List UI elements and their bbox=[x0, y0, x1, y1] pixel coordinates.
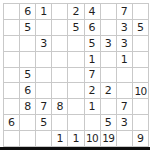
cell-r5c2-clue: 5 bbox=[20, 68, 36, 84]
cell-r9c4-clue: 1 bbox=[52, 131, 68, 147]
cell-r2c2-clue: 5 bbox=[20, 20, 36, 36]
cell-r7c7[interactable] bbox=[101, 99, 117, 115]
cell-r5c3[interactable] bbox=[36, 68, 52, 84]
cell-r6c9-clue: 10 bbox=[133, 83, 149, 99]
cell-r7c3-clue: 7 bbox=[36, 99, 52, 115]
cell-r9c5-clue: 1 bbox=[68, 131, 84, 147]
cell-r1c5-clue: 2 bbox=[68, 4, 84, 20]
cell-r7c9[interactable] bbox=[133, 99, 149, 115]
cell-r5c6-clue: 7 bbox=[85, 68, 101, 84]
cell-r6c2-clue: 6 bbox=[20, 83, 36, 99]
cell-r1c2-clue: 6 bbox=[20, 4, 36, 20]
cell-r2c9-clue: 5 bbox=[133, 20, 149, 36]
cell-r6c5[interactable] bbox=[68, 83, 84, 99]
cell-r9c9-clue: 9 bbox=[133, 131, 149, 147]
cell-r9c3[interactable] bbox=[36, 131, 52, 147]
cell-r3c3-clue: 3 bbox=[36, 36, 52, 52]
fillomino-board: 612475563535331157622108781765531110199 bbox=[3, 3, 149, 147]
cell-r1c8-clue: 7 bbox=[117, 4, 133, 20]
bottom-border-bar bbox=[0, 147, 150, 150]
cell-r8c3-clue: 5 bbox=[36, 115, 52, 131]
cell-r3c1[interactable] bbox=[4, 36, 20, 52]
cell-r3c2[interactable] bbox=[20, 36, 36, 52]
cell-r9c1[interactable] bbox=[4, 131, 20, 147]
cell-r3c9[interactable] bbox=[133, 36, 149, 52]
cell-r7c8-clue: 7 bbox=[117, 99, 133, 115]
cell-r3c4[interactable] bbox=[52, 36, 68, 52]
cell-r5c8[interactable] bbox=[117, 68, 133, 84]
cell-r6c8[interactable] bbox=[117, 83, 133, 99]
cell-r8c5[interactable] bbox=[68, 115, 84, 131]
cell-r8c4[interactable] bbox=[52, 115, 68, 131]
cell-r3c8-clue: 3 bbox=[117, 36, 133, 52]
cell-r3c7-clue: 3 bbox=[101, 36, 117, 52]
cell-r8c2[interactable] bbox=[20, 115, 36, 131]
cell-r8c9[interactable] bbox=[133, 115, 149, 131]
cell-r7c2-clue: 8 bbox=[20, 99, 36, 115]
cell-r2c7[interactable] bbox=[101, 20, 117, 36]
cell-r8c7-clue: 5 bbox=[101, 115, 117, 131]
cell-r1c4[interactable] bbox=[52, 4, 68, 20]
cell-r4c7[interactable] bbox=[101, 52, 117, 68]
cell-r6c4[interactable] bbox=[52, 83, 68, 99]
cell-r9c6-clue: 10 bbox=[85, 131, 101, 147]
cell-r2c6-clue: 6 bbox=[85, 20, 101, 36]
cell-r1c1[interactable] bbox=[4, 4, 20, 20]
cell-r2c5-clue: 5 bbox=[68, 20, 84, 36]
cell-r4c6-clue: 1 bbox=[85, 52, 101, 68]
cell-r1c3-clue: 1 bbox=[36, 4, 52, 20]
cell-r4c3[interactable] bbox=[36, 52, 52, 68]
cell-r5c4[interactable] bbox=[52, 68, 68, 84]
cell-r1c6-clue: 4 bbox=[85, 4, 101, 20]
cell-r7c4-clue: 8 bbox=[52, 99, 68, 115]
cell-r9c2[interactable] bbox=[20, 131, 36, 147]
cell-r9c8[interactable] bbox=[117, 131, 133, 147]
cell-r2c1[interactable] bbox=[4, 20, 20, 36]
cell-r6c7-clue: 2 bbox=[101, 83, 117, 99]
cell-r7c5[interactable] bbox=[68, 99, 84, 115]
cell-r7c6-clue: 1 bbox=[85, 99, 101, 115]
cell-r6c6-clue: 2 bbox=[85, 83, 101, 99]
cell-r2c3[interactable] bbox=[36, 20, 52, 36]
cell-r8c1-clue: 6 bbox=[4, 115, 20, 131]
puzzle-screenshot: 612475563535331157622108781765531110199 bbox=[0, 0, 150, 150]
cell-r1c7[interactable] bbox=[101, 4, 117, 20]
cell-r1c9[interactable] bbox=[133, 4, 149, 20]
cell-r8c8-clue: 3 bbox=[117, 115, 133, 131]
cell-r5c7[interactable] bbox=[101, 68, 117, 84]
cell-r3c5[interactable] bbox=[68, 36, 84, 52]
cell-r4c2[interactable] bbox=[20, 52, 36, 68]
cell-r2c8-clue: 3 bbox=[117, 20, 133, 36]
cell-r5c9[interactable] bbox=[133, 68, 149, 84]
cell-r4c5[interactable] bbox=[68, 52, 84, 68]
cell-r6c3[interactable] bbox=[36, 83, 52, 99]
cell-r3c6-clue: 5 bbox=[85, 36, 101, 52]
cell-r9c7-clue: 19 bbox=[101, 131, 117, 147]
cell-r4c4[interactable] bbox=[52, 52, 68, 68]
cell-r4c9[interactable] bbox=[133, 52, 149, 68]
cell-r7c1[interactable] bbox=[4, 99, 20, 115]
cell-r2c4[interactable] bbox=[52, 20, 68, 36]
cell-r5c5[interactable] bbox=[68, 68, 84, 84]
cell-r5c1[interactable] bbox=[4, 68, 20, 84]
cell-r8c6[interactable] bbox=[85, 115, 101, 131]
cell-r4c8-clue: 1 bbox=[117, 52, 133, 68]
cell-r4c1[interactable] bbox=[4, 52, 20, 68]
cell-r6c1[interactable] bbox=[4, 83, 20, 99]
